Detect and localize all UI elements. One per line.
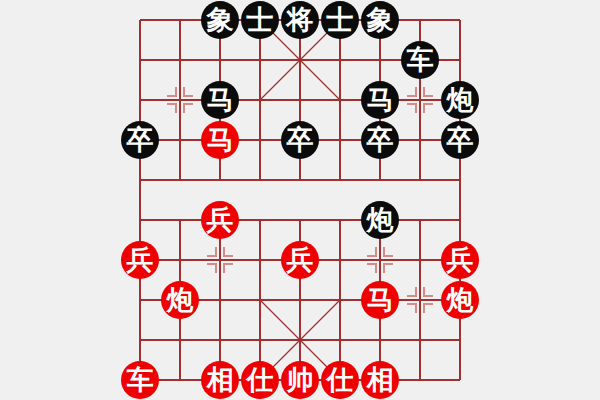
piece-black-advisor[interactable]: 士 xyxy=(321,1,359,39)
page-background: 象士将士象车马马炮卒卒卒卒炮马兵兵兵兵炮马炮车相仕帅仕相 xyxy=(0,0,600,400)
piece-black-cannon[interactable]: 炮 xyxy=(361,201,399,239)
piece-red-soldier[interactable]: 兵 xyxy=(201,201,239,239)
piece-red-cannon[interactable]: 炮 xyxy=(441,281,479,319)
piece-red-general[interactable]: 帅 xyxy=(281,361,319,399)
piece-black-horse[interactable]: 马 xyxy=(361,81,399,119)
piece-red-elephant[interactable]: 相 xyxy=(361,361,399,399)
piece-red-soldier[interactable]: 兵 xyxy=(121,241,159,279)
piece-black-soldier[interactable]: 卒 xyxy=(121,121,159,159)
piece-red-advisor[interactable]: 仕 xyxy=(241,361,279,399)
piece-red-soldier[interactable]: 兵 xyxy=(281,241,319,279)
piece-red-advisor[interactable]: 仕 xyxy=(321,361,359,399)
xiangqi-board[interactable]: 象士将士象车马马炮卒卒卒卒炮马兵兵兵兵炮马炮车相仕帅仕相 xyxy=(140,20,460,380)
piece-black-soldier[interactable]: 卒 xyxy=(281,121,319,159)
piece-black-horse[interactable]: 马 xyxy=(201,81,239,119)
piece-black-elephant[interactable]: 象 xyxy=(201,1,239,39)
piece-black-soldier[interactable]: 卒 xyxy=(441,121,479,159)
piece-red-horse[interactable]: 马 xyxy=(201,121,239,159)
piece-black-elephant[interactable]: 象 xyxy=(361,1,399,39)
piece-black-general[interactable]: 将 xyxy=(281,1,319,39)
piece-black-chariot[interactable]: 车 xyxy=(401,41,439,79)
piece-red-chariot[interactable]: 车 xyxy=(121,361,159,399)
piece-red-horse[interactable]: 马 xyxy=(361,281,399,319)
pieces-layer: 象士将士象车马马炮卒卒卒卒炮马兵兵兵兵炮马炮车相仕帅仕相 xyxy=(140,20,460,380)
piece-black-cannon[interactable]: 炮 xyxy=(441,81,479,119)
piece-black-advisor[interactable]: 士 xyxy=(241,1,279,39)
piece-red-soldier[interactable]: 兵 xyxy=(441,241,479,279)
piece-red-cannon[interactable]: 炮 xyxy=(161,281,199,319)
piece-red-elephant[interactable]: 相 xyxy=(201,361,239,399)
piece-black-soldier[interactable]: 卒 xyxy=(361,121,399,159)
